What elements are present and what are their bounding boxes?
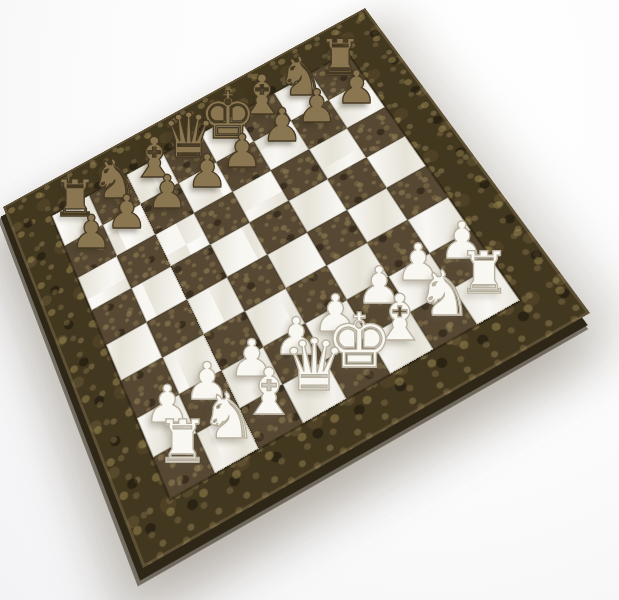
piece-black-pawn[interactable]: ♟ bbox=[146, 169, 187, 215]
chess-photo-scene: ♜♞♝♛♚♝♞♜♟♟♟♟♟♟♟♟♟♟♟♟♟♟♟♟♜♞♝♛♚♝♞♜ bbox=[0, 0, 619, 600]
piece-black-pawn[interactable]: ♟ bbox=[71, 209, 113, 255]
piece-white-rook[interactable]: ♜ bbox=[156, 413, 209, 472]
piece-black-pawn[interactable]: ♟ bbox=[336, 64, 377, 110]
piece-black-pawn[interactable]: ♟ bbox=[262, 104, 303, 150]
piece-black-pawn[interactable]: ♟ bbox=[187, 149, 228, 195]
